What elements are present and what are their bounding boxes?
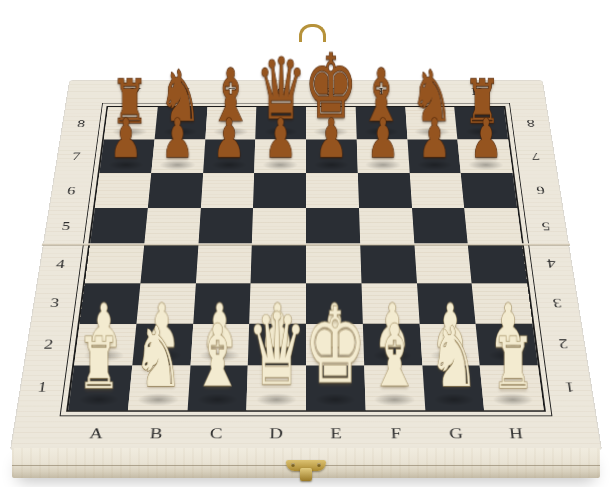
black-pawn: ♟ xyxy=(110,111,142,165)
coord-label: 7 xyxy=(515,140,557,173)
square-c7[interactable]: ♟ xyxy=(203,139,256,173)
coord-label: 6 xyxy=(519,173,562,208)
wooden-board: ABCDEFGH 87654321 ♜♞♝♛♚♝♞♜♟♟♟♟♟♟♟♟♟♟♟♟♟♟… xyxy=(11,81,601,450)
board-grid: ♜♞♝♛♚♝♞♜♟♟♟♟♟♟♟♟♟♟♟♟♟♟♟♟♜♞♝♛♚♝♞♜ xyxy=(68,107,544,410)
coord-label: F xyxy=(365,416,427,450)
white-king: ♚ xyxy=(304,295,367,399)
coord-label: 2 xyxy=(540,323,588,365)
square-h6[interactable] xyxy=(461,173,517,208)
coord-label: D xyxy=(246,416,307,450)
square-b4[interactable] xyxy=(140,245,198,283)
clasp-knob xyxy=(300,468,312,481)
square-e6[interactable] xyxy=(306,173,359,208)
white-knight: ♞ xyxy=(133,316,183,399)
square-f7[interactable]: ♟ xyxy=(357,139,410,173)
coord-label: 8 xyxy=(61,108,102,140)
square-a5[interactable] xyxy=(90,208,148,245)
coord-label: 5 xyxy=(524,208,568,245)
square-c1[interactable]: ♝ xyxy=(187,366,248,410)
square-b6[interactable] xyxy=(148,173,203,208)
outer-frame-line: ♜♞♝♛♚♝♞♜♟♟♟♟♟♟♟♟♟♟♟♟♟♟♟♟♜♞♝♛♚♝♞♜ xyxy=(60,103,553,416)
square-f5[interactable] xyxy=(359,208,414,245)
coord-label: E xyxy=(306,416,367,450)
coord-label: 7 xyxy=(55,140,97,173)
square-c5[interactable] xyxy=(198,208,253,245)
black-pawn: ♟ xyxy=(213,111,245,165)
square-d5[interactable] xyxy=(252,208,306,245)
square-c6[interactable] xyxy=(200,173,254,208)
inner-frame-line: ♜♞♝♛♚♝♞♜♟♟♟♟♟♟♟♟♟♟♟♟♟♟♟♟♜♞♝♛♚♝♞♜ xyxy=(66,106,546,412)
square-h7[interactable]: ♟ xyxy=(458,139,513,173)
white-bishop: ♝ xyxy=(192,314,243,399)
square-f1[interactable]: ♝ xyxy=(364,366,425,410)
square-h5[interactable] xyxy=(464,208,522,245)
square-d6[interactable] xyxy=(253,173,306,208)
square-f6[interactable] xyxy=(358,173,412,208)
square-g1[interactable]: ♞ xyxy=(422,366,484,410)
coord-label: B xyxy=(125,416,188,450)
square-f4[interactable] xyxy=(360,245,417,283)
square-b5[interactable] xyxy=(144,208,200,245)
square-d7[interactable]: ♟ xyxy=(254,139,306,173)
square-e4[interactable] xyxy=(306,245,361,283)
clasp-screw-left xyxy=(291,463,295,467)
black-pawn: ♟ xyxy=(367,111,399,165)
coord-label: 1 xyxy=(17,365,66,409)
coord-label: 5 xyxy=(44,208,88,245)
board-area: ♜♞♝♛♚♝♞♜♟♟♟♟♟♟♟♟♟♟♟♟♟♟♟♟♜♞♝♛♚♝♞♜ xyxy=(60,103,553,416)
white-queen: ♛ xyxy=(246,300,306,400)
coord-label: 3 xyxy=(534,283,580,323)
white-knight: ♞ xyxy=(429,316,479,399)
square-d4[interactable] xyxy=(251,245,306,283)
coord-label: 1 xyxy=(545,365,594,409)
square-b7[interactable]: ♟ xyxy=(151,139,205,173)
coord-label: 4 xyxy=(529,245,574,283)
coord-label: 6 xyxy=(50,173,93,208)
square-a7[interactable]: ♟ xyxy=(99,139,154,173)
coord-label: 3 xyxy=(31,283,77,323)
white-bishop: ♝ xyxy=(369,314,420,399)
square-g4[interactable] xyxy=(414,245,472,283)
coord-label: 4 xyxy=(38,245,83,283)
square-g5[interactable] xyxy=(412,208,468,245)
square-b1[interactable]: ♞ xyxy=(128,366,190,410)
black-pawn: ♟ xyxy=(161,111,193,165)
black-pawn: ♟ xyxy=(316,111,348,165)
clasp-screw-right xyxy=(317,463,321,467)
box-front-side xyxy=(12,448,600,478)
square-a1[interactable]: ♜ xyxy=(68,366,132,410)
square-g6[interactable] xyxy=(409,173,464,208)
coord-label: 8 xyxy=(510,108,551,140)
black-pawn: ♟ xyxy=(264,111,296,165)
square-a6[interactable] xyxy=(95,173,151,208)
black-pawn: ♟ xyxy=(470,111,502,165)
square-c4[interactable] xyxy=(195,245,252,283)
square-g7[interactable]: ♟ xyxy=(407,139,461,173)
square-e1[interactable]: ♚ xyxy=(306,366,365,410)
board-perspective-wrapper: ABCDEFGH 87654321 ♜♞♝♛♚♝♞♜♟♟♟♟♟♟♟♟♟♟♟♟♟♟… xyxy=(11,81,601,450)
coord-label: G xyxy=(425,416,488,450)
white-rook: ♜ xyxy=(78,328,121,399)
white-rook: ♜ xyxy=(491,328,534,399)
square-e7[interactable]: ♟ xyxy=(306,139,358,173)
board-fold-seam xyxy=(42,243,571,245)
square-h4[interactable] xyxy=(468,245,527,283)
file-labels-bottom: ABCDEFGH xyxy=(64,416,548,450)
square-d1[interactable]: ♛ xyxy=(247,366,306,410)
square-h1[interactable]: ♜ xyxy=(480,366,544,410)
coord-label: A xyxy=(64,416,128,450)
square-a4[interactable] xyxy=(85,245,144,283)
coord-label: C xyxy=(185,416,247,450)
brass-clasp-icon xyxy=(284,460,328,484)
coord-label: 2 xyxy=(25,323,73,365)
square-e5[interactable] xyxy=(306,208,360,245)
black-pawn: ♟ xyxy=(418,111,450,165)
coord-label: H xyxy=(484,416,548,450)
chess-set-photo: ABCDEFGH 87654321 ♜♞♝♛♚♝♞♜♟♟♟♟♟♟♟♟♟♟♟♟♟♟… xyxy=(0,0,612,487)
